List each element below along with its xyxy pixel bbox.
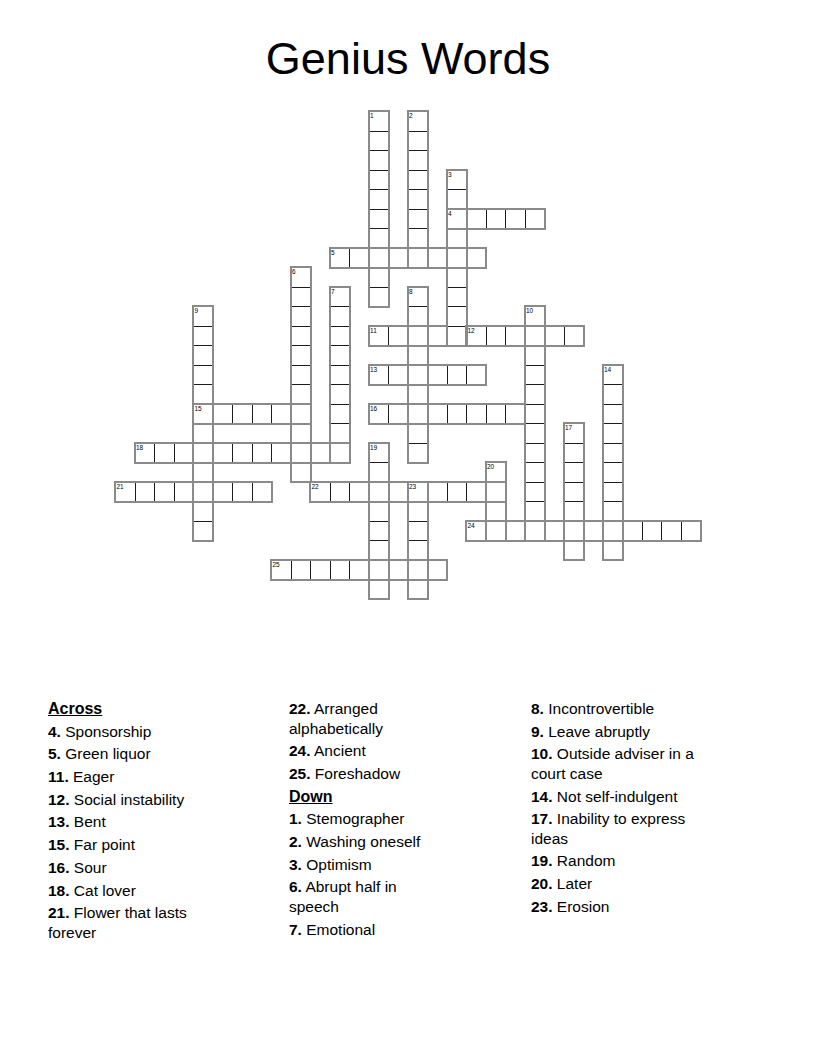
clue-text: Inability to express ideas [531,810,685,847]
cell-number-19: 19 [370,444,377,451]
cell-r6c13[interactable] [369,228,390,249]
cell-number-21: 21 [117,483,124,490]
cell-r18c25[interactable] [603,462,624,483]
cell-r16c15[interactable] [408,423,429,444]
cell-r15c14[interactable] [388,404,409,425]
cell-r12c11[interactable] [330,345,351,366]
cell-r20c21[interactable] [525,501,546,522]
cell-r20c23[interactable] [564,501,585,522]
cell-r1c13[interactable] [369,131,390,152]
cell-r9c13[interactable] [369,287,390,308]
cell-r18c9[interactable] [291,462,312,483]
clue-number: 23. [531,898,553,915]
clue-text: Stemographer [302,810,405,827]
cell-r24c13[interactable] [369,579,390,600]
clue-text: Cat lover [70,882,136,899]
clue-2: 2. Washing oneself [289,832,504,852]
clue-20: 20. Later [531,874,781,894]
clue-text: Foreshadow [311,765,401,782]
cell-r13c9[interactable] [291,365,312,386]
cell-r23c11[interactable] [330,560,351,581]
cell-r3c15[interactable] [408,170,429,191]
cell-r19c4[interactable] [193,482,214,503]
cell-number-23: 23 [409,483,416,490]
cell-r11c11[interactable] [330,326,351,347]
cell-r8c13[interactable] [369,267,390,288]
cell-r16c21[interactable] [525,423,546,444]
cell-number-22: 22 [312,483,319,490]
cell-r13c16[interactable] [427,365,448,386]
clue-1: 1. Stemographer [289,809,504,829]
clue-15: 15. Far point [48,835,263,855]
cell-number-10: 10 [526,307,533,314]
clue-number: 22. [289,700,311,717]
clue-4: 4. Sponsorship [48,722,263,742]
cell-number-7: 7 [331,288,335,295]
cell-r10c15[interactable] [408,306,429,327]
clue-number: 5. [48,745,61,762]
cell-r11c21[interactable] [525,326,546,347]
cell-r11c22[interactable] [544,326,565,347]
clue-number: 10. [531,745,553,762]
clue-number: 9. [531,723,544,740]
clue-3: 3. Optimism [289,855,504,875]
cell-r11c16[interactable] [427,326,448,347]
cell-r15c20[interactable] [505,404,526,425]
cell-r9c17[interactable] [447,287,468,308]
cell-r4c17[interactable] [447,189,468,210]
clue-number: 18. [48,882,70,899]
cell-r20c13[interactable] [369,501,390,522]
clue-text: Far point [70,836,135,853]
cell-r18c23[interactable] [564,462,585,483]
cell-r17c5[interactable] [213,443,234,464]
cell-r11c14[interactable] [388,326,409,347]
clue-text: Eager [69,768,115,785]
cell-r17c8[interactable] [271,443,292,464]
cell-r17c11[interactable] [330,443,351,464]
cell-number-8: 8 [409,288,413,295]
cell-r18c4[interactable] [193,462,214,483]
cell-r4c13[interactable] [369,189,390,210]
clue-number: 16. [48,859,70,876]
cell-r21c19[interactable] [486,521,507,542]
cell-number-12: 12 [468,327,475,334]
cell-number-6: 6 [292,268,296,275]
clue-number: 13. [48,813,70,830]
clue-21: 21. Flower that lasts forever [48,903,263,942]
cell-number-15: 15 [195,405,202,412]
cell-r15c15[interactable] [408,404,429,425]
cell-r7c16[interactable] [427,248,448,269]
cell-r15c11[interactable] [330,404,351,425]
cell-r20c19[interactable] [486,501,507,522]
clue-text: Sour [70,859,107,876]
cell-r11c4[interactable] [193,326,214,347]
clue-18: 18. Cat lover [48,881,263,901]
clue-text: Random [553,852,616,869]
cell-r21c23[interactable] [564,521,585,542]
cell-r19c1[interactable] [135,482,156,503]
clue-text: Green liquor [61,745,151,762]
cell-r12c9[interactable] [291,345,312,366]
cell-r13c21[interactable] [525,365,546,386]
cell-r24c15[interactable] [408,579,429,600]
clue-number: 4. [48,723,61,740]
clue-number: 15. [48,836,70,853]
cell-r23c9[interactable] [291,560,312,581]
clue-7: 7. Emotional [289,920,504,940]
cell-r10c11[interactable] [330,306,351,327]
clue-number: 19. [531,852,553,869]
cell-r21c29[interactable] [681,521,702,542]
cell-r14c9[interactable] [291,384,312,405]
cell-r21c27[interactable] [642,521,663,542]
cell-r1c15[interactable] [408,131,429,152]
clue-11: 11. Eager [48,767,263,787]
cell-r21c26[interactable] [622,521,643,542]
clue-10: 10. Outside adviser in a court case [531,744,781,783]
clue-24: 24. Ancient [289,741,504,761]
cell-r17c2[interactable] [154,443,175,464]
cell-r13c18[interactable] [466,365,487,386]
cell-r19c14[interactable] [388,482,409,503]
cell-number-14: 14 [604,366,611,373]
cell-r22c15[interactable] [408,540,429,561]
cell-r5c19[interactable] [486,209,507,230]
cell-r19c7[interactable] [252,482,273,503]
cell-r13c14[interactable] [388,365,409,386]
cell-r21c21[interactable] [525,521,546,542]
cell-r12c21[interactable] [525,345,546,366]
cell-r19c12[interactable] [349,482,370,503]
cell-r11c19[interactable] [486,326,507,347]
cell-r23c14[interactable] [388,560,409,581]
clue-13: 13. Bent [48,812,263,832]
cell-r15c8[interactable] [271,404,292,425]
clue-number: 3. [289,856,302,873]
cell-r15c17[interactable] [447,404,468,425]
cell-r15c9[interactable] [291,404,312,425]
cell-r17c10[interactable] [310,443,331,464]
clue-number: 14. [531,788,553,805]
cell-r11c17[interactable] [447,326,468,347]
clue-number: 20. [531,875,553,892]
cell-r6c17[interactable] [447,228,468,249]
cell-r20c25[interactable] [603,501,624,522]
cell-r17c4[interactable] [193,443,214,464]
cell-r17c9[interactable] [291,443,312,464]
clue-heading-across: Across [48,699,263,719]
clue-number: 2. [289,833,302,850]
cell-r14c25[interactable] [603,384,624,405]
cell-r22c23[interactable] [564,540,585,561]
clue-14: 14. Not self-indulgent [531,787,781,807]
cell-r16c11[interactable] [330,423,351,444]
cell-r19c5[interactable] [213,482,234,503]
cell-r7c13[interactable] [369,248,390,269]
cell-r15c16[interactable] [427,404,448,425]
cell-r23c15[interactable] [408,560,429,581]
cell-r19c19[interactable] [486,482,507,503]
cell-r7c15[interactable] [408,248,429,269]
cell-r7c18[interactable] [466,248,487,269]
clue-number: 21. [48,904,70,921]
cell-r18c13[interactable] [369,462,390,483]
clue-12: 12. Social instability [48,790,263,810]
cell-r21c4[interactable] [193,521,214,542]
cell-number-11: 11 [370,327,377,334]
clue-25: 25. Foreshadow [289,764,504,784]
cell-r13c11[interactable] [330,365,351,386]
cell-r22c25[interactable] [603,540,624,561]
cell-r11c9[interactable] [291,326,312,347]
cell-r14c15[interactable] [408,384,429,405]
cell-r21c25[interactable] [603,521,624,542]
clue-16: 16. Sour [48,858,263,878]
clue-number: 7. [289,921,302,938]
cell-r5c13[interactable] [369,209,390,230]
clue-number: 8. [531,700,544,717]
clue-17: 17. Inability to express ideas [531,809,781,848]
cell-r19c3[interactable] [174,482,195,503]
cell-number-1: 1 [370,112,374,119]
cell-r20c4[interactable] [193,501,214,522]
cell-number-3: 3 [448,171,452,178]
cell-r9c9[interactable] [291,287,312,308]
cell-r22c13[interactable] [369,540,390,561]
cell-r6c15[interactable] [408,228,429,249]
clue-heading-down: Down [289,787,504,807]
crossword-grid: 1234567891011121314151617181920212223242… [115,111,702,600]
cell-r15c19[interactable] [486,404,507,425]
cell-r15c18[interactable] [466,404,487,425]
cell-r3c13[interactable] [369,170,390,191]
cell-r19c18[interactable] [466,482,487,503]
cell-number-25: 25 [273,561,280,568]
clue-column-2: 22. Arranged alphabetically24. Ancient25… [289,699,504,942]
cell-r21c13[interactable] [369,521,390,542]
cell-r21c20[interactable] [505,521,526,542]
clue-text: Not self-indulgent [553,788,678,805]
cell-r5c21[interactable] [525,209,546,230]
cell-r2c13[interactable] [369,150,390,171]
cell-r23c12[interactable] [349,560,370,581]
cell-r17c25[interactable] [603,443,624,464]
clue-text: Optimism [302,856,372,873]
cell-r7c12[interactable] [349,248,370,269]
cell-r23c16[interactable] [427,560,448,581]
cell-r19c2[interactable] [154,482,175,503]
clue-8: 8. Incontrovertible [531,699,781,719]
clue-text: Erosion [553,898,610,915]
clue-text: Flower that lasts forever [48,904,187,941]
cell-number-13: 13 [370,366,377,373]
cell-r13c15[interactable] [408,365,429,386]
clue-text: Leave abruptly [544,723,650,740]
cell-r2c15[interactable] [408,150,429,171]
cell-r19c17[interactable] [447,482,468,503]
cell-number-16: 16 [370,405,377,412]
cell-number-24: 24 [468,522,475,529]
cell-r15c5[interactable] [213,404,234,425]
cell-r4c15[interactable] [408,189,429,210]
cell-r17c6[interactable] [232,443,253,464]
clue-9: 9. Leave abruptly [531,722,781,742]
cell-r17c15[interactable] [408,443,429,464]
cell-r7c17[interactable] [447,248,468,269]
cell-r23c13[interactable] [369,560,390,581]
cell-r15c21[interactable] [525,404,546,425]
clue-text: Bent [70,813,106,830]
cell-r20c15[interactable] [408,501,429,522]
clue-number: 6. [289,878,302,895]
clue-text: Outside adviser in a court case [531,745,694,782]
cell-r19c13[interactable] [369,482,390,503]
cell-r19c25[interactable] [603,482,624,503]
clue-column-1: Across4. Sponsorship5. Green liquor11. E… [48,699,263,945]
cell-r14c21[interactable] [525,384,546,405]
cell-r10c9[interactable] [291,306,312,327]
clue-text: Sponsorship [61,723,151,740]
cell-r16c9[interactable] [291,423,312,444]
cell-r13c4[interactable] [193,365,214,386]
clue-number: 17. [531,810,553,827]
clue-text: Washing oneself [302,833,420,850]
cell-r12c15[interactable] [408,345,429,366]
cell-r17c21[interactable] [525,443,546,464]
cell-r11c23[interactable] [564,326,585,347]
clue-6: 6. Abrupt half in speech [289,877,504,916]
cell-r19c23[interactable] [564,482,585,503]
cell-r10c17[interactable] [447,306,468,327]
cell-number-4: 4 [448,210,452,217]
clue-number: 12. [48,791,70,808]
cell-r23c10[interactable] [310,560,331,581]
cell-r5c20[interactable] [505,209,526,230]
cell-number-20: 20 [487,463,494,470]
clue-5: 5. Green liquor [48,744,263,764]
cell-number-5: 5 [331,249,335,256]
cell-r19c6[interactable] [232,482,253,503]
cell-r21c28[interactable] [661,521,682,542]
cell-r5c15[interactable] [408,209,429,230]
clue-text: Ancient [311,742,366,759]
clue-number: 24. [289,742,311,759]
cell-r16c4[interactable] [193,423,214,444]
clue-text: Emotional [302,921,375,938]
cell-r5c18[interactable] [466,209,487,230]
clue-19: 19. Random [531,851,781,871]
cell-r19c21[interactable] [525,482,546,503]
cell-r21c15[interactable] [408,521,429,542]
cell-number-2: 2 [409,112,413,119]
clue-text: Later [553,875,593,892]
cell-r15c25[interactable] [603,404,624,425]
clue-text: Incontrovertible [544,700,654,717]
cell-r19c11[interactable] [330,482,351,503]
cell-r15c6[interactable] [232,404,253,425]
cell-number-18: 18 [136,444,143,451]
cell-r13c17[interactable] [447,365,468,386]
page: Genius Words 123456789101112131415161718… [0,0,816,1056]
clue-text: Abrupt half in speech [289,878,397,915]
clue-number: 11. [48,768,69,785]
cell-r11c15[interactable] [408,326,429,347]
cell-r11c20[interactable] [505,326,526,347]
cell-r14c4[interactable] [193,384,214,405]
cell-r18c21[interactable] [525,462,546,483]
cell-r21c22[interactable] [544,521,565,542]
clue-text: Social instability [70,791,185,808]
clue-number: 25. [289,765,311,782]
clue-number: 1. [289,810,302,827]
clue-22: 22. Arranged alphabetically [289,699,504,738]
cell-number-9: 9 [195,307,199,314]
clue-23: 23. Erosion [531,897,781,917]
cell-r14c11[interactable] [330,384,351,405]
cell-r17c3[interactable] [174,443,195,464]
cell-r15c7[interactable] [252,404,273,425]
cell-number-17: 17 [565,424,572,431]
cell-r16c25[interactable] [603,423,624,444]
cell-r8c17[interactable] [447,267,468,288]
cell-r19c16[interactable] [427,482,448,503]
cell-r21c24[interactable] [583,521,604,542]
clue-column-3: 8. Incontrovertible9. Leave abruptly10. … [531,699,781,920]
cell-r17c7[interactable] [252,443,273,464]
cell-r12c4[interactable] [193,345,214,366]
cell-r7c14[interactable] [388,248,409,269]
puzzle-title: Genius Words [0,33,816,85]
cell-r17c23[interactable] [564,443,585,464]
